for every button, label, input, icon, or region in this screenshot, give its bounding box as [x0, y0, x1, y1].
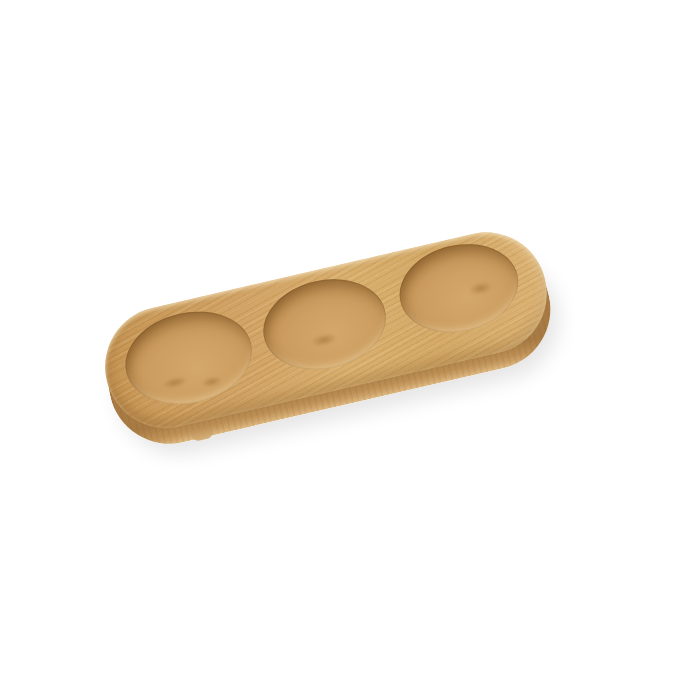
wood-knot-mark — [463, 277, 498, 300]
wood-knot-mark — [157, 372, 193, 393]
bamboo-tray — [93, 220, 563, 458]
tray-recess-left — [116, 300, 261, 416]
tray-recess-middle — [254, 268, 395, 382]
wood-knot-mark — [304, 328, 343, 352]
wood-knot-mark — [196, 372, 226, 391]
product-photo-canvas — [0, 0, 673, 673]
tray-recess-right — [391, 233, 527, 344]
